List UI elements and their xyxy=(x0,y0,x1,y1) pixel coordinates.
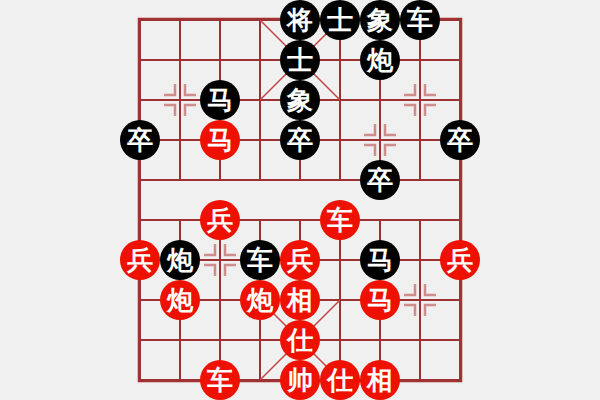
black-pawn[interactable]: 卒 xyxy=(280,120,320,160)
red-elephant[interactable]: 相 xyxy=(280,280,320,320)
black-advisor[interactable]: 士 xyxy=(320,0,360,40)
red-chariot[interactable]: 车 xyxy=(200,360,240,400)
red-general[interactable]: 帅 xyxy=(280,360,320,400)
red-cannon[interactable]: 炮 xyxy=(160,280,200,320)
black-general[interactable]: 将 xyxy=(280,0,320,40)
black-horse[interactable]: 马 xyxy=(200,80,240,120)
red-pawn[interactable]: 兵 xyxy=(200,200,240,240)
red-elephant[interactable]: 相 xyxy=(360,360,400,400)
black-cannon[interactable]: 炮 xyxy=(360,40,400,80)
red-chariot[interactable]: 车 xyxy=(320,200,360,240)
red-pawn[interactable]: 兵 xyxy=(440,240,480,280)
black-chariot[interactable]: 车 xyxy=(240,240,280,280)
black-cannon[interactable]: 炮 xyxy=(160,240,200,280)
black-advisor[interactable]: 士 xyxy=(280,40,320,80)
red-pawn[interactable]: 兵 xyxy=(120,240,160,280)
black-pawn[interactable]: 卒 xyxy=(120,120,160,160)
red-advisor[interactable]: 仕 xyxy=(280,320,320,360)
red-advisor[interactable]: 仕 xyxy=(320,360,360,400)
black-horse[interactable]: 马 xyxy=(360,240,400,280)
black-elephant[interactable]: 象 xyxy=(360,0,400,40)
red-cannon[interactable]: 炮 xyxy=(240,280,280,320)
red-horse[interactable]: 马 xyxy=(360,280,400,320)
black-chariot[interactable]: 车 xyxy=(400,0,440,40)
black-elephant[interactable]: 象 xyxy=(280,80,320,120)
xiangqi-app: 将士象车士炮马象卒马卒卒卒兵车兵炮车兵马兵炮炮相马仕车帅仕相 xyxy=(0,0,600,400)
red-pawn[interactable]: 兵 xyxy=(280,240,320,280)
black-pawn[interactable]: 卒 xyxy=(360,160,400,200)
red-horse[interactable]: 马 xyxy=(200,120,240,160)
xiangqi-board[interactable]: 将士象车士炮马象卒马卒卒卒兵车兵炮车兵马兵炮炮相马仕车帅仕相 xyxy=(0,0,600,400)
black-pawn[interactable]: 卒 xyxy=(440,120,480,160)
